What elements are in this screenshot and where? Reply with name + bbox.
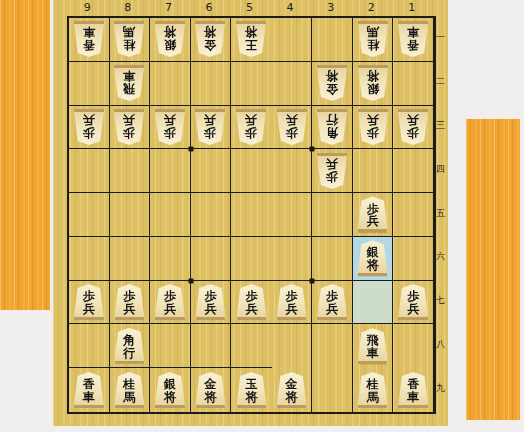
board-cell[interactable] bbox=[272, 193, 313, 237]
piece-kanji: 金 bbox=[204, 38, 216, 51]
board-cell[interactable]: 歩兵 bbox=[150, 106, 191, 150]
board-cell[interactable] bbox=[272, 237, 313, 281]
board-cell[interactable]: 歩兵 bbox=[110, 106, 151, 150]
piece-kanji: 馬 bbox=[123, 391, 135, 404]
board-cell[interactable] bbox=[353, 281, 394, 325]
file-label: 4 bbox=[270, 0, 311, 15]
board-cell[interactable]: 歩兵 bbox=[231, 106, 272, 150]
board-cell[interactable]: 歩兵 bbox=[231, 281, 272, 325]
board-cell[interactable]: 香車 bbox=[69, 18, 110, 62]
piece-kanji: 馬 bbox=[123, 25, 135, 38]
board-cell[interactable] bbox=[231, 237, 272, 281]
board-cell[interactable]: 歩兵 bbox=[393, 281, 434, 325]
board-cell[interactable]: 玉将 bbox=[231, 368, 272, 412]
piece-kanji: 将 bbox=[245, 25, 257, 38]
board-cell[interactable]: 歩兵 bbox=[150, 281, 191, 325]
piece-kanji: 歩 bbox=[83, 126, 95, 139]
piece-kanji: 車 bbox=[367, 347, 379, 360]
shogi-piece-sente[interactable]: 金将 bbox=[194, 372, 226, 408]
board-cell[interactable] bbox=[69, 193, 110, 237]
piece-kanji: 角 bbox=[326, 126, 338, 139]
board-cell[interactable]: 歩兵 bbox=[393, 106, 434, 150]
piece-kanji: 歩 bbox=[326, 170, 338, 183]
board-cell[interactable] bbox=[69, 62, 110, 106]
board-cell[interactable]: 銀将 bbox=[150, 18, 191, 62]
board-cell[interactable]: 歩兵 bbox=[272, 106, 313, 150]
piece-kanji: 歩 bbox=[286, 126, 298, 139]
piece-kanji: 車 bbox=[83, 25, 95, 38]
piece-kanji: 車 bbox=[407, 391, 419, 404]
board-cell[interactable]: 歩兵 bbox=[353, 106, 394, 150]
piece-kanji: 兵 bbox=[326, 157, 338, 170]
board-cell[interactable]: 歩兵 bbox=[272, 281, 313, 325]
piece-kanji: 車 bbox=[407, 25, 419, 38]
shogi-piece-sente[interactable]: 香車 bbox=[397, 372, 429, 408]
board-cell[interactable] bbox=[272, 149, 313, 193]
shogi-board: 987654321 一二三四五六七八九 香車桂馬銀将金将王将桂馬香車飛車金将銀将… bbox=[53, 0, 448, 426]
shogi-piece-sente[interactable]: 玉将 bbox=[235, 372, 267, 408]
file-label: 1 bbox=[392, 0, 433, 15]
shogi-piece-gote[interactable]: 歩兵 bbox=[316, 153, 348, 189]
board-cell[interactable] bbox=[231, 149, 272, 193]
board-cell[interactable]: 飛車 bbox=[110, 62, 151, 106]
board-cell[interactable]: 歩兵 bbox=[312, 149, 353, 193]
piece-kanji: 王 bbox=[245, 38, 257, 51]
piece-kanji: 兵 bbox=[286, 113, 298, 126]
shogi-piece-sente[interactable]: 桂馬 bbox=[357, 372, 389, 408]
board-cell[interactable] bbox=[312, 18, 353, 62]
board-cell[interactable] bbox=[272, 62, 313, 106]
board-cell[interactable]: 銀将 bbox=[353, 62, 394, 106]
board-grid: 香車桂馬銀将金将王将桂馬香車飛車金将銀将歩兵歩兵歩兵歩兵歩兵歩兵角行歩兵歩兵歩兵… bbox=[67, 16, 436, 414]
shogi-piece-sente[interactable]: 飛車 bbox=[357, 328, 389, 364]
piece-kanji: 歩 bbox=[367, 126, 379, 139]
piece-kanji: 兵 bbox=[407, 303, 419, 316]
shogi-piece-gote[interactable]: 歩兵 bbox=[154, 109, 186, 145]
file-labels: 987654321 bbox=[67, 0, 432, 15]
file-label: 2 bbox=[351, 0, 392, 15]
board-cell[interactable]: 桂馬 bbox=[353, 18, 394, 62]
board-cell[interactable]: 歩兵 bbox=[353, 193, 394, 237]
board-cell[interactable] bbox=[150, 324, 191, 368]
board-cell[interactable] bbox=[69, 237, 110, 281]
shogi-piece-gote[interactable]: 金将 bbox=[316, 65, 348, 101]
piece-kanji: 将 bbox=[164, 25, 176, 38]
right-wood-panel bbox=[466, 119, 520, 420]
board-cell[interactable]: 香車 bbox=[393, 368, 434, 412]
piece-kanji: 兵 bbox=[245, 113, 257, 126]
shogi-piece-gote[interactable]: 歩兵 bbox=[357, 109, 389, 145]
board-cell[interactable]: 桂馬 bbox=[353, 368, 394, 412]
board-cell[interactable] bbox=[69, 324, 110, 368]
shogi-piece-sente[interactable]: 桂馬 bbox=[113, 372, 145, 408]
board-cell[interactable] bbox=[272, 18, 313, 62]
piece-kanji: 金 bbox=[326, 82, 338, 95]
piece-kanji: 兵 bbox=[204, 303, 216, 316]
shogi-piece-sente[interactable]: 角行 bbox=[113, 328, 145, 364]
board-cell[interactable]: 銀将 bbox=[353, 237, 394, 281]
piece-kanji: 将 bbox=[204, 391, 216, 404]
shogi-piece-gote[interactable]: 王将 bbox=[235, 21, 267, 57]
board-cell[interactable] bbox=[393, 237, 434, 281]
piece-kanji: 銀 bbox=[164, 38, 176, 51]
piece-kanji: 兵 bbox=[204, 113, 216, 126]
board-cell[interactable] bbox=[150, 149, 191, 193]
piece-kanji: 香 bbox=[407, 38, 419, 51]
board-cell[interactable] bbox=[231, 193, 272, 237]
piece-kanji: 歩 bbox=[123, 126, 135, 139]
shogi-piece-sente[interactable]: 金将 bbox=[276, 372, 308, 408]
shogi-piece-sente[interactable]: 香車 bbox=[73, 372, 105, 408]
shogi-piece-sente[interactable]: 銀将 bbox=[357, 240, 389, 276]
board-cell[interactable]: 金将 bbox=[191, 18, 232, 62]
piece-kanji: 歩 bbox=[164, 126, 176, 139]
board-cell[interactable] bbox=[393, 324, 434, 368]
piece-kanji: 兵 bbox=[326, 303, 338, 316]
shogi-piece-sente[interactable]: 歩兵 bbox=[235, 284, 267, 320]
piece-kanji: 兵 bbox=[164, 113, 176, 126]
piece-kanji: 馬 bbox=[367, 391, 379, 404]
board-cell[interactable] bbox=[312, 237, 353, 281]
board-cell[interactable] bbox=[191, 62, 232, 106]
board-cell[interactable] bbox=[393, 149, 434, 193]
board-cell[interactable]: 金将 bbox=[191, 368, 232, 412]
board-cell[interactable] bbox=[231, 62, 272, 106]
board-cell[interactable]: 桂馬 bbox=[110, 368, 151, 412]
piece-kanji: 行 bbox=[326, 113, 338, 126]
board-cell[interactable]: 角行 bbox=[110, 324, 151, 368]
piece-kanji: 歩 bbox=[245, 126, 257, 139]
board-cell[interactable]: 歩兵 bbox=[69, 106, 110, 150]
shogi-piece-gote[interactable]: 桂馬 bbox=[357, 21, 389, 57]
shogi-piece-gote[interactable]: 歩兵 bbox=[73, 109, 105, 145]
board-cell[interactable] bbox=[110, 149, 151, 193]
shogi-piece-gote[interactable]: 歩兵 bbox=[113, 109, 145, 145]
piece-kanji: 将 bbox=[326, 69, 338, 82]
shogi-piece-sente[interactable]: 歩兵 bbox=[357, 196, 389, 232]
board-cell[interactable] bbox=[150, 193, 191, 237]
file-label: 3 bbox=[310, 0, 351, 15]
board-cell[interactable] bbox=[191, 149, 232, 193]
board-cell[interactable] bbox=[312, 324, 353, 368]
board-cell[interactable]: 金将 bbox=[312, 62, 353, 106]
piece-kanji: 兵 bbox=[367, 113, 379, 126]
piece-kanji: 馬 bbox=[367, 25, 379, 38]
shogi-piece-sente[interactable]: 銀将 bbox=[154, 372, 186, 408]
board-cell[interactable]: 銀将 bbox=[150, 368, 191, 412]
shogi-piece-sente[interactable]: 歩兵 bbox=[194, 284, 226, 320]
board-cell[interactable]: 歩兵 bbox=[312, 281, 353, 325]
board-cell[interactable]: 桂馬 bbox=[110, 18, 151, 62]
shogi-piece-gote[interactable]: 金将 bbox=[194, 21, 226, 57]
board-cell[interactable]: 香車 bbox=[393, 18, 434, 62]
shogi-piece-sente[interactable]: 歩兵 bbox=[316, 284, 348, 320]
board-cell[interactable]: 歩兵 bbox=[110, 281, 151, 325]
piece-kanji: 将 bbox=[286, 391, 298, 404]
file-label: 5 bbox=[229, 0, 270, 15]
shogi-game-screen: 987654321 一二三四五六七八九 香車桂馬銀将金将王将桂馬香車飛車金将銀将… bbox=[0, 0, 524, 432]
board-cell[interactable] bbox=[69, 149, 110, 193]
board-cell[interactable] bbox=[110, 193, 151, 237]
file-label: 6 bbox=[189, 0, 230, 15]
board-cell[interactable] bbox=[191, 193, 232, 237]
piece-kanji: 兵 bbox=[83, 113, 95, 126]
piece-kanji: 将 bbox=[367, 259, 379, 272]
piece-kanji: 銀 bbox=[367, 82, 379, 95]
board-cell[interactable] bbox=[110, 237, 151, 281]
board-cell[interactable]: 王将 bbox=[231, 18, 272, 62]
piece-kanji: 香 bbox=[83, 38, 95, 51]
board-cell[interactable]: 歩兵 bbox=[191, 281, 232, 325]
file-label: 9 bbox=[67, 0, 108, 15]
board-cell[interactable] bbox=[393, 193, 434, 237]
piece-kanji: 将 bbox=[164, 391, 176, 404]
board-cell[interactable] bbox=[191, 237, 232, 281]
shogi-piece-gote[interactable]: 歩兵 bbox=[194, 109, 226, 145]
piece-kanji: 将 bbox=[204, 25, 216, 38]
piece-kanji: 角 bbox=[123, 334, 135, 347]
piece-kanji: 兵 bbox=[123, 303, 135, 316]
piece-kanji: 兵 bbox=[407, 113, 419, 126]
shogi-piece-sente[interactable]: 歩兵 bbox=[276, 284, 308, 320]
board-cell[interactable] bbox=[150, 62, 191, 106]
shogi-piece-gote[interactable]: 角行 bbox=[316, 109, 348, 145]
shogi-piece-sente[interactable]: 歩兵 bbox=[397, 284, 429, 320]
shogi-piece-gote[interactable]: 飛車 bbox=[113, 65, 145, 101]
board-cell[interactable] bbox=[393, 62, 434, 106]
shogi-piece-sente[interactable]: 歩兵 bbox=[113, 284, 145, 320]
board-cell[interactable] bbox=[312, 368, 353, 412]
piece-kanji: 車 bbox=[123, 69, 135, 82]
board-cell[interactable] bbox=[191, 324, 232, 368]
file-label: 8 bbox=[108, 0, 149, 15]
piece-kanji: 兵 bbox=[164, 303, 176, 316]
board-cell[interactable] bbox=[150, 237, 191, 281]
board-cell[interactable]: 歩兵 bbox=[191, 106, 232, 150]
shogi-piece-gote[interactable]: 歩兵 bbox=[397, 109, 429, 145]
piece-kanji: 桂 bbox=[123, 38, 135, 51]
shogi-piece-gote[interactable]: 歩兵 bbox=[235, 109, 267, 145]
piece-kanji: 行 bbox=[123, 347, 135, 360]
board-cell[interactable]: 飛車 bbox=[353, 324, 394, 368]
shogi-piece-gote[interactable]: 香車 bbox=[397, 21, 429, 57]
piece-kanji: 車 bbox=[83, 391, 95, 404]
file-label: 7 bbox=[148, 0, 189, 15]
piece-kanji: 将 bbox=[367, 69, 379, 82]
board-cell[interactable] bbox=[312, 193, 353, 237]
board-cell[interactable] bbox=[231, 324, 272, 368]
board-cell[interactable] bbox=[272, 324, 313, 368]
shogi-piece-gote[interactable]: 香車 bbox=[73, 21, 105, 57]
piece-kanji: 兵 bbox=[83, 303, 95, 316]
board-cell[interactable]: 角行 bbox=[312, 106, 353, 150]
piece-kanji: 歩 bbox=[204, 126, 216, 139]
board-cell[interactable]: 香車 bbox=[69, 368, 110, 412]
piece-kanji: 歩 bbox=[407, 126, 419, 139]
shogi-piece-gote[interactable]: 桂馬 bbox=[113, 21, 145, 57]
left-wood-panel bbox=[0, 0, 50, 310]
piece-kanji: 将 bbox=[245, 391, 257, 404]
shogi-piece-sente[interactable]: 歩兵 bbox=[73, 284, 105, 320]
board-cell[interactable]: 金将 bbox=[272, 368, 313, 412]
piece-kanji: 兵 bbox=[286, 303, 298, 316]
shogi-piece-gote[interactable]: 銀将 bbox=[154, 21, 186, 57]
piece-kanji: 兵 bbox=[245, 303, 257, 316]
board-cell[interactable]: 歩兵 bbox=[69, 281, 110, 325]
piece-kanji: 桂 bbox=[367, 38, 379, 51]
piece-kanji: 兵 bbox=[367, 215, 379, 228]
shogi-piece-gote[interactable]: 歩兵 bbox=[276, 109, 308, 145]
board-cell[interactable] bbox=[353, 149, 394, 193]
piece-kanji: 飛 bbox=[123, 82, 135, 95]
shogi-piece-gote[interactable]: 銀将 bbox=[357, 65, 389, 101]
piece-kanji: 兵 bbox=[123, 113, 135, 126]
shogi-piece-sente[interactable]: 歩兵 bbox=[154, 284, 186, 320]
